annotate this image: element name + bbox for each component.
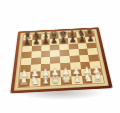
chess-set-photo: ♜♞♝♛♚♝♞♜♟♟♟♟♟♟♟♟♟♟♟♟♟♟♟♟♜♞♝♛♚♝♞♜ [12, 2, 108, 110]
piece-black-king: ♚ [58, 29, 67, 39]
square-h5 [87, 48, 98, 55]
square-c5 [41, 51, 51, 58]
square-e5 [59, 50, 69, 57]
piece-white-pawn: ♟ [50, 68, 61, 78]
piece-black-rook: ♜ [23, 31, 32, 41]
square-d3 [50, 63, 60, 70]
square-d6 [50, 44, 59, 50]
piece-white-pawn: ♟ [71, 67, 82, 77]
square-c3 [40, 64, 50, 71]
piece-black-queen: ♛ [49, 29, 58, 39]
board-perspective-wrapper: ♜♞♝♛♚♝♞♜♟♟♟♟♟♟♟♟♟♟♟♟♟♟♟♟♜♞♝♛♚♝♞♜ [10, 27, 112, 93]
chess-board: ♜♞♝♛♚♝♞♜♟♟♟♟♟♟♟♟♟♟♟♟♟♟♟♟♜♞♝♛♚♝♞♜ [19, 31, 104, 87]
board-frame: ♜♞♝♛♚♝♞♜♟♟♟♟♟♟♟♟♟♟♟♟♟♟♟♟♜♞♝♛♚♝♞♜ [10, 27, 112, 93]
